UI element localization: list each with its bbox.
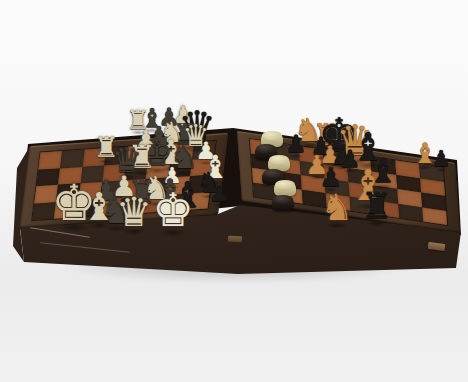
chess-piece-black-pawn: ♟ [285, 132, 307, 156]
chess-piece-ivory-king: ♚ [52, 178, 97, 228]
chess-piece-ivory-queen: ♛ [116, 192, 152, 232]
board-square [422, 207, 447, 225]
draughts-piece-cream [274, 183, 296, 196]
chess-piece-black-pawn: ♟ [431, 148, 451, 170]
chess-set-photo: ♟♟♝♜♞♞♛♟♜♜♛♟♟♚♟♜♛♟♝♟♟♝♝♟♚♟♜♞♛♟♝♟♝♟♞♟♞♟♟♝… [0, 0, 468, 382]
board-square [38, 151, 62, 169]
board-square [398, 203, 423, 221]
hinge-detail [228, 236, 242, 242]
draughts-piece-dark [272, 198, 294, 211]
chess-piece-black-pawn: ♟ [209, 183, 229, 205]
chess-piece-white-king: ♚ [152, 187, 193, 233]
chess-piece-natural-knight: ♞ [321, 190, 353, 226]
board-square [60, 150, 84, 168]
chess-piece-black-rook: ♜ [361, 188, 393, 224]
